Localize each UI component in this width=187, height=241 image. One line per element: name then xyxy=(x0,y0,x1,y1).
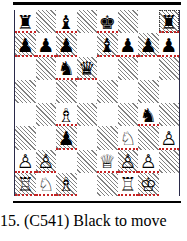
square-b8[interactable] xyxy=(36,10,57,33)
square-h5[interactable] xyxy=(159,80,180,103)
square-f4[interactable] xyxy=(118,103,139,126)
square-g3[interactable] xyxy=(138,126,159,149)
square-f2[interactable]: ♙ xyxy=(118,150,139,173)
square-h8[interactable]: ♜ xyxy=(159,10,180,33)
white-knight-b1[interactable]: ♘ xyxy=(37,173,54,195)
square-a5[interactable] xyxy=(15,80,36,103)
black-pawn-a7[interactable]: ♟ xyxy=(17,34,34,56)
square-c1[interactable]: ♗ xyxy=(56,173,77,196)
black-bishop-e7[interactable]: ♝ xyxy=(99,34,116,56)
square-d7[interactable] xyxy=(77,33,98,56)
square-g5[interactable] xyxy=(138,80,159,103)
square-b1[interactable]: ♘ xyxy=(36,173,57,196)
square-b3[interactable] xyxy=(36,126,57,149)
white-pawn-h3[interactable]: ♙ xyxy=(160,127,177,149)
square-g6[interactable] xyxy=(138,57,159,80)
square-g4[interactable]: ♞ xyxy=(138,103,159,126)
square-a6[interactable] xyxy=(15,57,36,80)
square-g1[interactable]: ♔ xyxy=(138,173,159,196)
square-c8[interactable]: ♝ xyxy=(56,10,77,33)
square-f8[interactable] xyxy=(118,10,139,33)
square-h2[interactable] xyxy=(159,150,180,173)
square-a8[interactable]: ♜ xyxy=(15,10,36,33)
square-d4[interactable] xyxy=(77,103,98,126)
square-e2[interactable]: ♕ xyxy=(97,150,118,173)
square-b5[interactable] xyxy=(36,80,57,103)
square-e3[interactable] xyxy=(97,126,118,149)
square-h7[interactable]: ♟ xyxy=(159,33,180,56)
square-b6[interactable] xyxy=(36,57,57,80)
square-h3[interactable]: ♙ xyxy=(159,126,180,149)
square-c2[interactable] xyxy=(56,150,77,173)
square-f3[interactable]: ♘ xyxy=(118,126,139,149)
square-b4[interactable] xyxy=(36,103,57,126)
black-pawn-c3[interactable]: ♟ xyxy=(58,127,75,149)
square-g8[interactable] xyxy=(138,10,159,33)
square-b2[interactable]: ♙ xyxy=(36,150,57,173)
white-pawn-a2[interactable]: ♙ xyxy=(17,150,34,172)
square-a7[interactable]: ♟ xyxy=(15,33,36,56)
square-e7[interactable]: ♝ xyxy=(97,33,118,56)
chess-diagram-page: ♜♝♚♜♟♟♟♝♟♟♟♞♛♗♞♟♘♙♙♙♕♙♙♖♘♗♖♔ 15. (C541) … xyxy=(0,0,187,241)
white-pawn-f2[interactable]: ♙ xyxy=(119,150,136,172)
diagram-caption: 15. (C541) Black to move xyxy=(0,212,187,230)
white-pawn-g2[interactable]: ♙ xyxy=(140,150,157,172)
black-pawn-b7[interactable]: ♟ xyxy=(37,34,54,56)
white-queen-e2[interactable]: ♕ xyxy=(99,150,116,172)
square-c5[interactable] xyxy=(56,80,77,103)
white-pawn-b2[interactable]: ♙ xyxy=(37,150,54,172)
square-d1[interactable] xyxy=(77,173,98,196)
square-h4[interactable] xyxy=(159,103,180,126)
black-pawn-c7[interactable]: ♟ xyxy=(58,34,75,56)
square-d3[interactable] xyxy=(77,126,98,149)
square-h6[interactable] xyxy=(159,57,180,80)
square-c3[interactable]: ♟ xyxy=(56,126,77,149)
square-a2[interactable]: ♙ xyxy=(15,150,36,173)
square-e6[interactable] xyxy=(97,57,118,80)
black-pawn-h7[interactable]: ♟ xyxy=(160,34,177,56)
black-knight-g4[interactable]: ♞ xyxy=(140,104,157,126)
square-c6[interactable]: ♞ xyxy=(56,57,77,80)
black-bishop-c8[interactable]: ♝ xyxy=(58,11,75,33)
square-a1[interactable]: ♖ xyxy=(15,173,36,196)
square-d8[interactable] xyxy=(77,10,98,33)
black-queen-d6[interactable]: ♛ xyxy=(78,57,95,79)
white-rook-a1[interactable]: ♖ xyxy=(17,173,34,195)
bottom-rule-line xyxy=(13,201,181,203)
square-f1[interactable]: ♖ xyxy=(118,173,139,196)
white-rook-f1[interactable]: ♖ xyxy=(119,173,136,195)
black-king-e8[interactable]: ♚ xyxy=(99,11,116,33)
square-f7[interactable]: ♟ xyxy=(118,33,139,56)
square-b7[interactable]: ♟ xyxy=(36,33,57,56)
white-king-g1[interactable]: ♔ xyxy=(140,173,157,195)
top-rule-line xyxy=(13,2,181,5)
square-h1[interactable] xyxy=(159,173,180,196)
square-e1[interactable] xyxy=(97,173,118,196)
square-c4[interactable]: ♗ xyxy=(56,103,77,126)
white-bishop-c1[interactable]: ♗ xyxy=(58,173,75,195)
black-rook-a8[interactable]: ♜ xyxy=(17,11,34,33)
square-f5[interactable] xyxy=(118,80,139,103)
square-a3[interactable] xyxy=(15,126,36,149)
square-a4[interactable] xyxy=(15,103,36,126)
white-knight-f3[interactable]: ♘ xyxy=(119,127,136,149)
square-f6[interactable] xyxy=(118,57,139,80)
square-d6[interactable]: ♛ xyxy=(77,57,98,80)
square-d2[interactable] xyxy=(77,150,98,173)
square-c7[interactable]: ♟ xyxy=(56,33,77,56)
chess-board[interactable]: ♜♝♚♜♟♟♟♝♟♟♟♞♛♗♞♟♘♙♙♙♕♙♙♖♘♗♖♔ xyxy=(14,10,180,196)
square-d5[interactable] xyxy=(77,80,98,103)
square-e4[interactable] xyxy=(97,103,118,126)
black-pawn-f7[interactable]: ♟ xyxy=(119,34,136,56)
square-e5[interactable] xyxy=(97,80,118,103)
black-pawn-g7[interactable]: ♟ xyxy=(140,34,157,56)
square-g2[interactable]: ♙ xyxy=(138,150,159,173)
square-g7[interactable]: ♟ xyxy=(138,33,159,56)
black-rook-h8[interactable]: ♜ xyxy=(160,11,177,33)
black-knight-c6[interactable]: ♞ xyxy=(58,57,75,79)
white-bishop-c4[interactable]: ♗ xyxy=(58,104,75,126)
square-e8[interactable]: ♚ xyxy=(97,10,118,33)
